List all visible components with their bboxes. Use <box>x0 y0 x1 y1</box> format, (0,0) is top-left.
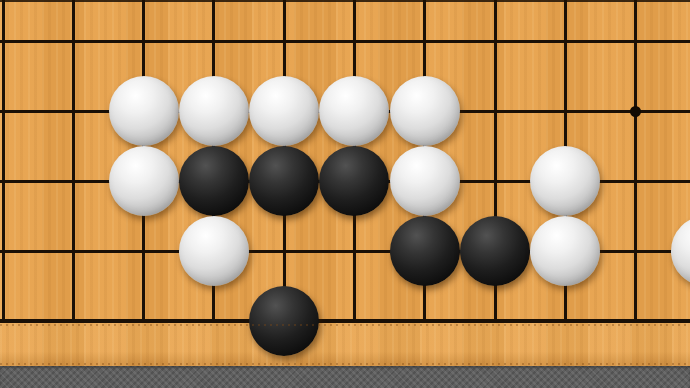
table-surface <box>0 366 690 388</box>
intersection-r4-c10[interactable] <box>671 286 690 356</box>
white-stone <box>319 76 389 146</box>
star-point <box>630 106 641 117</box>
intersection-r3-c10[interactable] <box>671 216 690 286</box>
go-board-screenshot <box>0 0 690 388</box>
intersection-r3-c9[interactable] <box>601 216 671 286</box>
black-stone <box>319 146 389 216</box>
intersection-r1-c10[interactable] <box>671 76 690 146</box>
white-stone <box>530 146 600 216</box>
white-stone <box>109 76 179 146</box>
board-grid <box>0 0 690 356</box>
intersection-r2-c0[interactable] <box>0 146 38 216</box>
intersection-r0-c5[interactable] <box>319 6 389 76</box>
intersection-r4-c0[interactable] <box>0 286 38 356</box>
black-stone <box>249 286 319 356</box>
intersection-r2-c4[interactable] <box>249 146 319 216</box>
intersection-r2-c9[interactable] <box>601 146 671 216</box>
intersection-r0-c7[interactable] <box>460 6 530 76</box>
white-stone <box>179 216 249 286</box>
intersection-r1-c7[interactable] <box>460 76 530 146</box>
intersection-r3-c4[interactable] <box>249 216 319 286</box>
black-stone <box>179 146 249 216</box>
intersection-r1-c3[interactable] <box>179 76 249 146</box>
intersection-r0-c1[interactable] <box>38 6 108 76</box>
intersection-r4-c1[interactable] <box>38 286 108 356</box>
intersection-r0-c10[interactable] <box>671 6 690 76</box>
intersection-r2-c1[interactable] <box>38 146 108 216</box>
intersection-r4-c6[interactable] <box>390 286 460 356</box>
intersection-r1-c0[interactable] <box>0 76 38 146</box>
white-stone <box>249 76 319 146</box>
intersection-r3-c6[interactable] <box>390 216 460 286</box>
black-stone <box>460 216 530 286</box>
intersection-r3-c3[interactable] <box>179 216 249 286</box>
black-stone <box>390 216 460 286</box>
intersection-r3-c1[interactable] <box>38 216 108 286</box>
white-stone <box>109 146 179 216</box>
intersection-r4-c8[interactable] <box>530 286 600 356</box>
intersection-r1-c9[interactable] <box>601 76 671 146</box>
intersection-r0-c0[interactable] <box>0 6 38 76</box>
board-edge-stitching-bottom <box>0 363 690 365</box>
intersection-r3-c8[interactable] <box>530 216 600 286</box>
white-stone <box>179 76 249 146</box>
intersection-r3-c7[interactable] <box>460 216 530 286</box>
intersection-r3-c2[interactable] <box>108 216 178 286</box>
intersection-r4-c2[interactable] <box>108 286 178 356</box>
white-stone <box>530 216 600 286</box>
black-stone <box>249 146 319 216</box>
intersection-r4-c7[interactable] <box>460 286 530 356</box>
intersection-r2-c3[interactable] <box>179 146 249 216</box>
intersection-r1-c1[interactable] <box>38 76 108 146</box>
intersection-r1-c6[interactable] <box>390 76 460 146</box>
white-stone <box>390 76 460 146</box>
intersection-r2-c7[interactable] <box>460 146 530 216</box>
intersection-r2-c10[interactable] <box>671 146 690 216</box>
white-stone <box>671 216 690 286</box>
top-edge-line <box>0 0 690 2</box>
intersection-r4-c4[interactable] <box>249 286 319 356</box>
intersection-r0-c9[interactable] <box>601 6 671 76</box>
intersection-r0-c3[interactable] <box>179 6 249 76</box>
intersection-r2-c2[interactable] <box>108 146 178 216</box>
intersection-r1-c4[interactable] <box>249 76 319 146</box>
white-stone <box>390 146 460 216</box>
intersection-r3-c0[interactable] <box>0 216 38 286</box>
board-edge-stitching-top <box>0 324 690 326</box>
intersection-r0-c4[interactable] <box>249 6 319 76</box>
intersection-r2-c6[interactable] <box>390 146 460 216</box>
intersection-r1-c2[interactable] <box>108 76 178 146</box>
intersection-r1-c5[interactable] <box>319 76 389 146</box>
intersection-r0-c6[interactable] <box>390 6 460 76</box>
intersection-r2-c5[interactable] <box>319 146 389 216</box>
intersection-r1-c8[interactable] <box>530 76 600 146</box>
intersection-r4-c5[interactable] <box>319 286 389 356</box>
intersection-r0-c2[interactable] <box>108 6 178 76</box>
intersection-r4-c9[interactable] <box>601 286 671 356</box>
intersection-r3-c5[interactable] <box>319 216 389 286</box>
intersection-r0-c8[interactable] <box>530 6 600 76</box>
intersection-r4-c3[interactable] <box>179 286 249 356</box>
intersection-r2-c8[interactable] <box>530 146 600 216</box>
